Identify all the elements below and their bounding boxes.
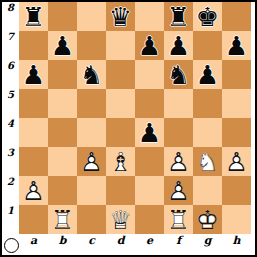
file-labels: abcdefgh [19,234,251,254]
square-e6[interactable] [135,60,164,89]
black-king-g8[interactable]: ♚ [193,2,222,31]
square-e1[interactable] [135,205,164,234]
square-a1[interactable] [19,205,48,234]
square-g4[interactable] [193,118,222,147]
white-piece-outline: ♔ [193,205,222,234]
white-piece-outline: ♙ [77,147,106,176]
square-a8[interactable]: ♜ [19,2,48,31]
square-d8[interactable]: ♛ [106,2,135,31]
square-d6[interactable] [106,60,135,89]
square-h2[interactable] [222,176,251,205]
square-d1[interactable]: ♛♕ [106,205,135,234]
square-h8[interactable] [222,2,251,31]
square-a6[interactable]: ♟ [19,60,48,89]
file-label-d: d [106,234,135,254]
square-e5[interactable] [135,89,164,118]
white-piece-outline: ♙ [164,176,193,205]
file-label-b: b [48,234,77,254]
black-knight-c6[interactable]: ♞ [77,60,106,89]
square-g8[interactable]: ♚ [193,2,222,31]
square-c3[interactable]: ♟♙ [77,147,106,176]
square-g7[interactable] [193,31,222,60]
white-piece-outline: ♙ [222,147,251,176]
square-c8[interactable] [77,2,106,31]
white-king-g1[interactable]: ♚♔ [193,205,222,234]
square-d7[interactable] [106,31,135,60]
square-b7[interactable]: ♟ [48,31,77,60]
rank-label-6: 6 [2,60,19,89]
white-pawn-f3[interactable]: ♟♙ [164,147,193,176]
square-b2[interactable] [48,176,77,205]
white-piece-outline: ♗ [106,147,135,176]
square-f3[interactable]: ♟♙ [164,147,193,176]
file-label-f: f [164,234,193,254]
square-f5[interactable] [164,89,193,118]
white-pawn-c3[interactable]: ♟♙ [77,147,106,176]
square-g5[interactable] [193,89,222,118]
square-e4[interactable]: ♟ [135,118,164,147]
rank-label-5: 5 [2,89,19,118]
square-e7[interactable]: ♟ [135,31,164,60]
white-piece-outline: ♙ [19,176,48,205]
black-rook-a8[interactable]: ♜ [19,2,48,31]
black-rook-f8[interactable]: ♜ [164,2,193,31]
rank-labels: 87654321 [2,2,19,234]
square-c5[interactable] [77,89,106,118]
white-knight-g3[interactable]: ♞♘ [193,147,222,176]
white-pawn-f2[interactable]: ♟♙ [164,176,193,205]
white-piece-outline: ♘ [193,147,222,176]
square-f1[interactable]: ♜♖ [164,205,193,234]
square-h4[interactable] [222,118,251,147]
white-to-move-indicator [4,238,19,253]
square-e2[interactable] [135,176,164,205]
rank-label-7: 7 [2,31,19,60]
file-label-g: g [193,234,222,254]
square-g1[interactable]: ♚♔ [193,205,222,234]
file-label-a: a [19,234,48,254]
rank-label-4: 4 [2,118,19,147]
square-g2[interactable] [193,176,222,205]
square-d4[interactable] [106,118,135,147]
white-piece-outline: ♖ [48,205,77,234]
rank-label-2: 2 [2,176,19,205]
black-pawn-f7[interactable]: ♟ [164,31,193,60]
square-b6[interactable] [48,60,77,89]
rank-label-3: 3 [2,147,19,176]
white-piece-outline: ♙ [164,147,193,176]
square-h7[interactable]: ♟ [222,31,251,60]
square-b5[interactable] [48,89,77,118]
square-b3[interactable] [48,147,77,176]
square-e3[interactable] [135,147,164,176]
chess-board: ♜♛♜♚♟♟♟♟♟♞♞♟♟♟♙♝♗♟♙♞♘♟♙♟♙♟♙♜♖♛♕♜♖♚♔ [19,2,251,234]
black-pawn-h7[interactable]: ♟ [222,31,251,60]
black-pawn-e4[interactable]: ♟ [135,118,164,147]
black-pawn-a6[interactable]: ♟ [19,60,48,89]
black-pawn-b7[interactable]: ♟ [48,31,77,60]
square-f2[interactable]: ♟♙ [164,176,193,205]
white-piece-outline: ♖ [164,205,193,234]
black-queen-d8[interactable]: ♛ [106,2,135,31]
file-label-c: c [77,234,106,254]
white-rook-b1[interactable]: ♜♖ [48,205,77,234]
square-h3[interactable]: ♟♙ [222,147,251,176]
square-g6[interactable]: ♟ [193,60,222,89]
white-pawn-h3[interactable]: ♟♙ [222,147,251,176]
chess-diagram: 87654321 ♜♛♜♚♟♟♟♟♟♞♞♟♟♟♙♝♗♟♙♞♘♟♙♟♙♟♙♜♖♛♕… [0,0,257,257]
square-c6[interactable]: ♞ [77,60,106,89]
white-bishop-d3[interactable]: ♝♗ [106,147,135,176]
square-f6[interactable]: ♞ [164,60,193,89]
white-pawn-a2[interactable]: ♟♙ [19,176,48,205]
file-label-e: e [135,234,164,254]
white-rook-f1[interactable]: ♜♖ [164,205,193,234]
black-pawn-e7[interactable]: ♟ [135,31,164,60]
square-c1[interactable] [77,205,106,234]
square-f7[interactable]: ♟ [164,31,193,60]
rank-label-8: 8 [2,2,19,31]
square-f8[interactable]: ♜ [164,2,193,31]
white-piece-outline: ♕ [106,205,135,234]
square-a7[interactable] [19,31,48,60]
square-h6[interactable] [222,60,251,89]
rank-label-1: 1 [2,205,19,234]
square-b1[interactable]: ♜♖ [48,205,77,234]
square-b8[interactable] [48,2,77,31]
square-a4[interactable] [19,118,48,147]
square-d5[interactable] [106,89,135,118]
black-pawn-g6[interactable]: ♟ [193,60,222,89]
square-a2[interactable]: ♟♙ [19,176,48,205]
white-queen-d1[interactable]: ♛♕ [106,205,135,234]
square-h1[interactable] [222,205,251,234]
square-e8[interactable] [135,2,164,31]
file-label-h: h [222,234,251,254]
square-d2[interactable] [106,176,135,205]
square-b4[interactable] [48,118,77,147]
square-d3[interactable]: ♝♗ [106,147,135,176]
square-a3[interactable] [19,147,48,176]
square-c7[interactable] [77,31,106,60]
square-g3[interactable]: ♞♘ [193,147,222,176]
black-knight-f6[interactable]: ♞ [164,60,193,89]
square-c4[interactable] [77,118,106,147]
square-f4[interactable] [164,118,193,147]
square-c2[interactable] [77,176,106,205]
square-a5[interactable] [19,89,48,118]
square-h5[interactable] [222,89,251,118]
